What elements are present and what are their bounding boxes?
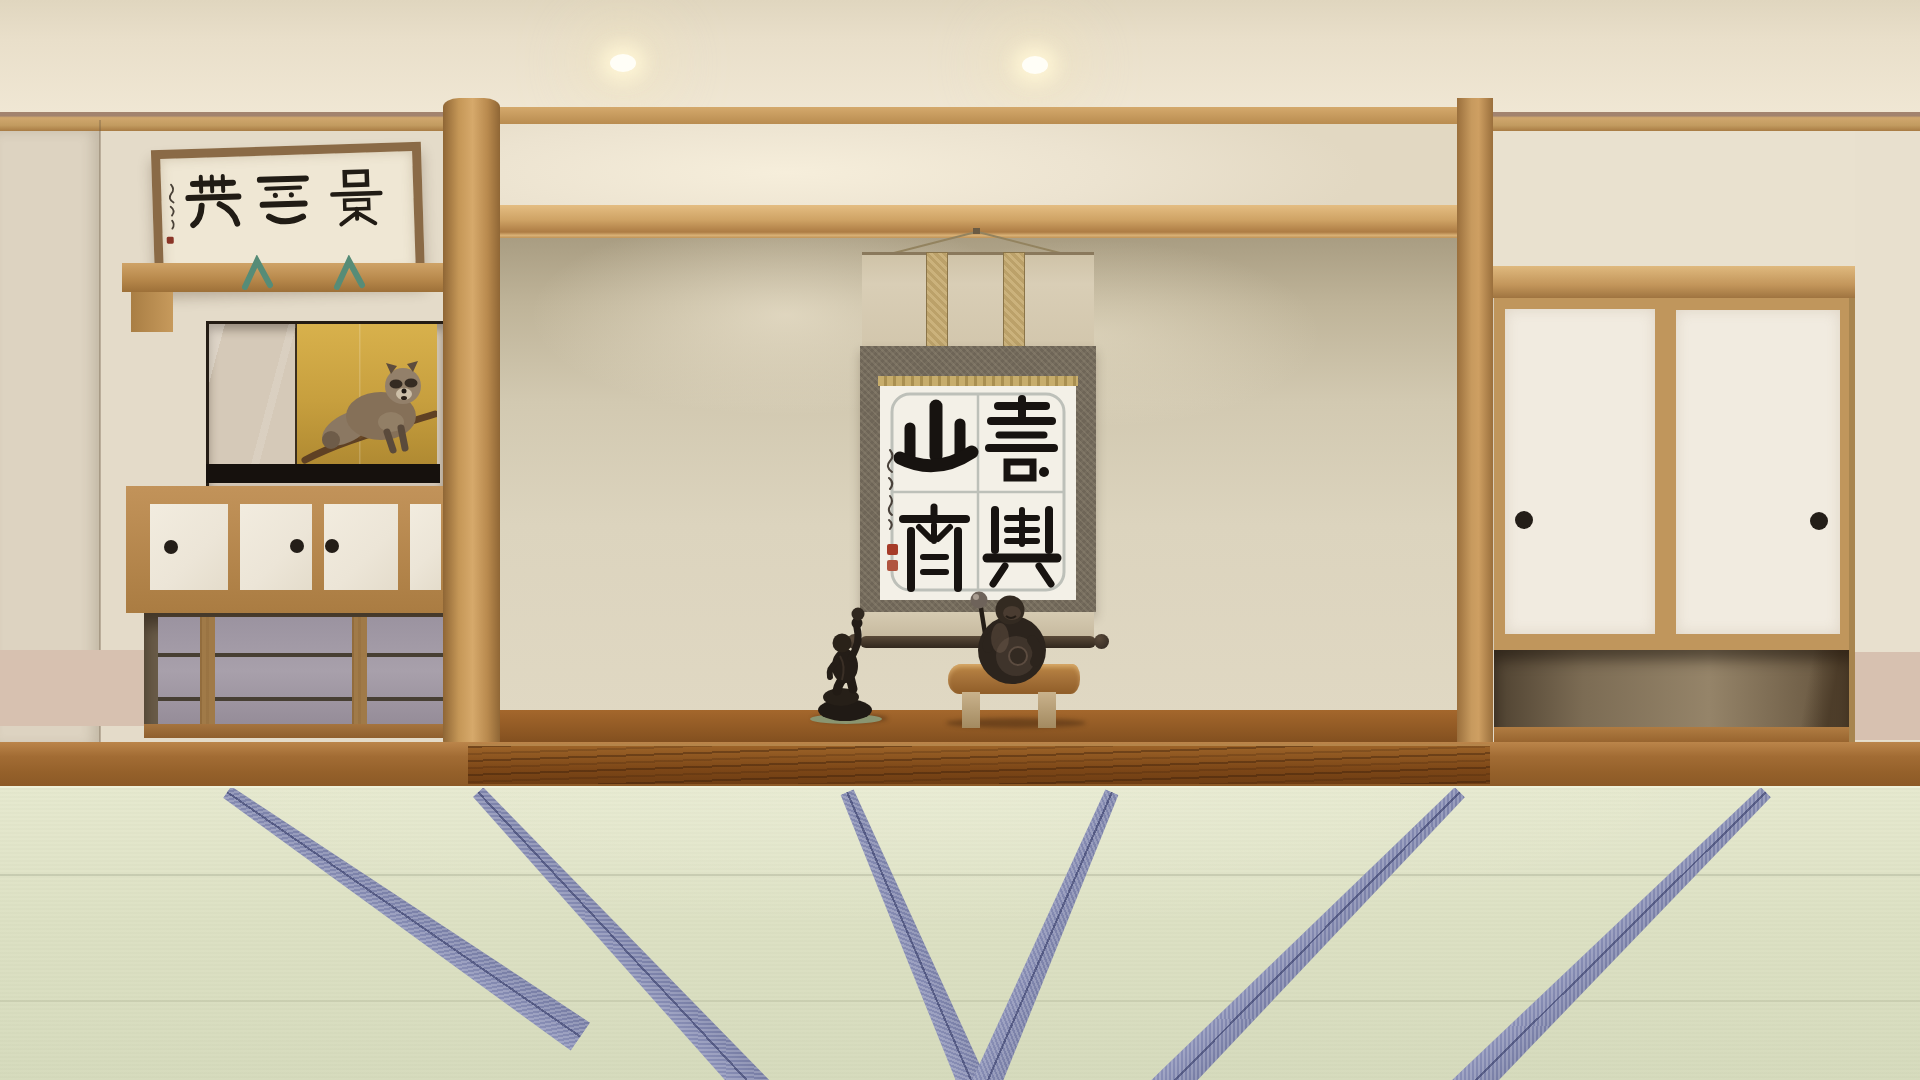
alcove-frieze <box>498 124 1458 205</box>
pink-wainscot-band <box>1855 652 1920 740</box>
recess-post <box>200 617 215 725</box>
glass-reflection <box>209 324 437 464</box>
shelf-bracket <box>131 292 173 332</box>
scroll-roller-knob <box>1094 634 1109 649</box>
cabinet-sliding-panel[interactable] <box>410 504 441 590</box>
far-right-wall <box>1855 131 1920 741</box>
recess-floorboard <box>1494 727 1852 743</box>
cabinet-handle-dot[interactable] <box>290 539 304 553</box>
tatami-room-photo: 舞 雲 景 <box>0 0 1920 1080</box>
cabinet-handle-dot[interactable] <box>164 540 178 554</box>
downlight-icon <box>1022 56 1048 74</box>
bench-leg <box>962 692 980 728</box>
plaque-calligraphy-art <box>160 152 397 261</box>
scroll-seal <box>887 544 898 555</box>
fusuma-door-left[interactable] <box>1494 298 1666 650</box>
bench-leg <box>1038 692 1056 728</box>
recess-floor <box>144 724 460 738</box>
tokonoma-front-beam <box>468 744 1490 784</box>
scroll-calligraphy-art <box>880 386 1076 600</box>
tatami-border-strip <box>1438 786 1788 1080</box>
fusuma-handle[interactable] <box>1810 512 1828 530</box>
plaque-stand-hook <box>241 255 275 291</box>
cabinet-handle-dot[interactable] <box>325 539 339 553</box>
fusuma-door-right[interactable] <box>1664 298 1852 650</box>
tokobashira-post <box>443 98 500 750</box>
tatami-floor <box>0 786 1920 1080</box>
display-shelf <box>122 263 448 292</box>
tatami-border-strip <box>1135 786 1483 1080</box>
hotei-statue <box>964 590 1060 686</box>
plaque-stand-hook <box>333 255 367 291</box>
alcove-right-post <box>1457 98 1493 760</box>
scroll-top-mount <box>862 252 1094 351</box>
scroll-seal <box>887 560 898 571</box>
scroll-futai-strap <box>926 252 948 350</box>
tatami-border-strip <box>209 786 599 1063</box>
tatami-borders <box>0 788 1920 1080</box>
lower-recess <box>144 613 460 738</box>
cabinet-sliding-panel[interactable] <box>150 504 228 590</box>
alcove-top-rail <box>498 107 1458 124</box>
fusuma-handle[interactable] <box>1515 511 1533 529</box>
scroll-gold-trim <box>878 376 1078 386</box>
daikoku-statue <box>814 602 876 724</box>
scroll-futai-strap <box>1003 252 1025 350</box>
ceiling <box>0 0 1920 114</box>
scroll-paper <box>880 386 1076 600</box>
low-cabinet <box>126 486 456 613</box>
tanuki-display-case <box>206 321 446 489</box>
plaque-seal <box>167 237 174 244</box>
under-door-recess <box>1494 650 1852 743</box>
downlight-icon <box>610 54 636 72</box>
tatami-border-strip <box>455 786 795 1080</box>
case-base <box>206 464 440 483</box>
recess-post <box>352 617 367 725</box>
pink-wainscot-band <box>0 650 150 726</box>
